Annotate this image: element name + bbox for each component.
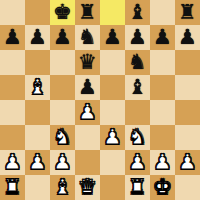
square-f2[interactable]: ♟	[125, 150, 150, 175]
square-b5[interactable]: ♝	[25, 75, 50, 100]
piece-black-knight[interactable]: ♞	[78, 25, 97, 50]
square-a3[interactable]	[0, 125, 25, 150]
square-e6[interactable]	[100, 50, 125, 75]
square-g7[interactable]: ♟	[150, 25, 175, 50]
square-f8[interactable]: ♝	[125, 0, 150, 25]
square-e4[interactable]	[100, 100, 125, 125]
square-a1[interactable]: ♜	[0, 175, 25, 200]
square-g3[interactable]	[150, 125, 175, 150]
piece-black-king[interactable]: ♚	[53, 0, 72, 25]
square-c6[interactable]	[50, 50, 75, 75]
piece-white-pawn[interactable]: ♟	[28, 150, 47, 175]
piece-black-knight[interactable]: ♞	[128, 50, 147, 75]
square-d5[interactable]: ♟	[75, 75, 100, 100]
piece-white-pawn[interactable]: ♟	[178, 150, 197, 175]
square-h8[interactable]: ♜	[175, 0, 200, 25]
square-c7[interactable]: ♟	[50, 25, 75, 50]
square-d6[interactable]: ♛	[75, 50, 100, 75]
square-c4[interactable]	[50, 100, 75, 125]
square-a7[interactable]: ♟	[0, 25, 25, 50]
piece-black-pawn[interactable]: ♟	[3, 25, 22, 50]
square-h4[interactable]	[175, 100, 200, 125]
piece-black-bishop[interactable]: ♝	[128, 75, 147, 100]
chess-board: ♚♜♝♜♟♟♟♞♟♟♟♟♛♞♝♟♝♟♞♟♞♟♟♟♟♟♟♜♝♛♜♚	[0, 0, 200, 200]
piece-white-pawn[interactable]: ♟	[53, 150, 72, 175]
piece-white-queen[interactable]: ♛	[78, 175, 97, 200]
square-g5[interactable]	[150, 75, 175, 100]
piece-black-pawn[interactable]: ♟	[53, 25, 72, 50]
square-e8[interactable]	[100, 0, 125, 25]
square-b3[interactable]	[25, 125, 50, 150]
piece-white-king[interactable]: ♚	[153, 175, 172, 200]
square-c3[interactable]: ♞	[50, 125, 75, 150]
square-c5[interactable]	[50, 75, 75, 100]
square-b7[interactable]: ♟	[25, 25, 50, 50]
square-a8[interactable]	[0, 0, 25, 25]
square-h6[interactable]	[175, 50, 200, 75]
square-b4[interactable]	[25, 100, 50, 125]
square-h7[interactable]: ♟	[175, 25, 200, 50]
piece-black-pawn[interactable]: ♟	[178, 25, 197, 50]
piece-black-rook[interactable]: ♜	[78, 0, 97, 25]
square-g4[interactable]	[150, 100, 175, 125]
square-f6[interactable]: ♞	[125, 50, 150, 75]
square-b6[interactable]	[25, 50, 50, 75]
square-e3[interactable]: ♟	[100, 125, 125, 150]
square-e5[interactable]	[100, 75, 125, 100]
square-e2[interactable]	[100, 150, 125, 175]
square-g2[interactable]: ♟	[150, 150, 175, 175]
square-f3[interactable]: ♞	[125, 125, 150, 150]
square-d1[interactable]: ♛	[75, 175, 100, 200]
piece-white-pawn[interactable]: ♟	[103, 125, 122, 150]
square-a5[interactable]	[0, 75, 25, 100]
piece-black-bishop[interactable]: ♝	[128, 0, 147, 25]
square-f4[interactable]	[125, 100, 150, 125]
piece-white-rook[interactable]: ♜	[3, 175, 22, 200]
square-g6[interactable]	[150, 50, 175, 75]
square-h1[interactable]	[175, 175, 200, 200]
piece-white-pawn[interactable]: ♟	[153, 150, 172, 175]
piece-black-pawn[interactable]: ♟	[103, 25, 122, 50]
square-c1[interactable]: ♝	[50, 175, 75, 200]
square-a2[interactable]: ♟	[0, 150, 25, 175]
piece-black-pawn[interactable]: ♟	[153, 25, 172, 50]
piece-black-pawn[interactable]: ♟	[78, 75, 97, 100]
piece-black-pawn[interactable]: ♟	[28, 25, 47, 50]
square-d3[interactable]	[75, 125, 100, 150]
square-f7[interactable]: ♟	[125, 25, 150, 50]
square-e7[interactable]: ♟	[100, 25, 125, 50]
square-b2[interactable]: ♟	[25, 150, 50, 175]
square-e1[interactable]	[100, 175, 125, 200]
square-a6[interactable]	[0, 50, 25, 75]
piece-white-pawn[interactable]: ♟	[3, 150, 22, 175]
square-c8[interactable]: ♚	[50, 0, 75, 25]
square-f1[interactable]: ♜	[125, 175, 150, 200]
square-f5[interactable]: ♝	[125, 75, 150, 100]
square-c2[interactable]: ♟	[50, 150, 75, 175]
piece-white-rook[interactable]: ♜	[128, 175, 147, 200]
square-d8[interactable]: ♜	[75, 0, 100, 25]
square-h5[interactable]	[175, 75, 200, 100]
piece-black-rook[interactable]: ♜	[178, 0, 197, 25]
piece-white-knight[interactable]: ♞	[128, 125, 147, 150]
square-g1[interactable]: ♚	[150, 175, 175, 200]
piece-white-knight[interactable]: ♞	[53, 125, 72, 150]
square-h3[interactable]	[175, 125, 200, 150]
square-h2[interactable]: ♟	[175, 150, 200, 175]
square-g8[interactable]	[150, 0, 175, 25]
piece-white-bishop[interactable]: ♝	[53, 175, 72, 200]
square-d4[interactable]: ♟	[75, 100, 100, 125]
square-d2[interactable]	[75, 150, 100, 175]
piece-white-pawn[interactable]: ♟	[78, 100, 97, 125]
piece-white-pawn[interactable]: ♟	[128, 150, 147, 175]
square-a4[interactable]	[0, 100, 25, 125]
square-d7[interactable]: ♞	[75, 25, 100, 50]
square-b1[interactable]	[25, 175, 50, 200]
square-b8[interactable]	[25, 0, 50, 25]
piece-black-queen[interactable]: ♛	[78, 50, 97, 75]
piece-white-bishop[interactable]: ♝	[28, 75, 47, 100]
piece-black-pawn[interactable]: ♟	[128, 25, 147, 50]
